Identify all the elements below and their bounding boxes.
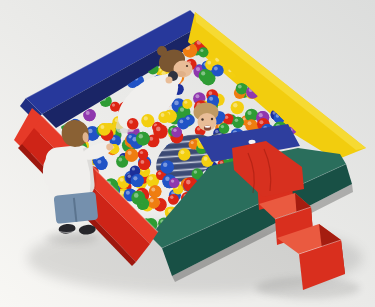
ball-pit-photo <box>0 0 375 307</box>
girl-hair-bun <box>157 46 167 56</box>
girl-hand <box>166 77 173 84</box>
